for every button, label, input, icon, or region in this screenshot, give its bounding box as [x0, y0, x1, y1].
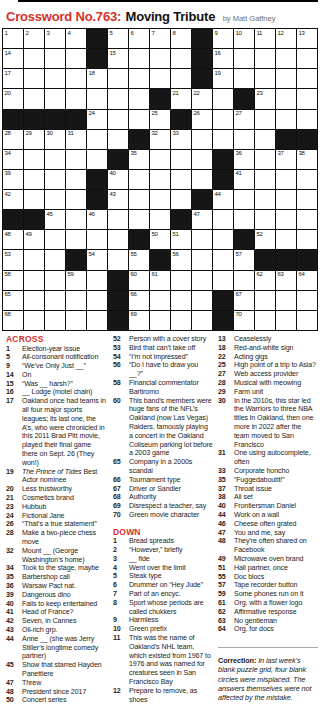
grid-cell-r7c9[interactable]: [171, 150, 191, 169]
grid-cell-r10c11[interactable]: [213, 210, 233, 229]
cell-number: 48: [5, 231, 11, 237]
grid-cell-r13c3[interactable]: [45, 271, 65, 290]
grid-cell-r6c8[interactable]: 32: [150, 130, 170, 149]
grid-cell-r7c2[interactable]: [24, 150, 44, 169]
block-r10c1: [3, 210, 23, 229]
cell-number: 60: [131, 271, 137, 277]
grid-cell-r2c7[interactable]: [129, 49, 149, 68]
grid-cell-r3c6[interactable]: [108, 69, 128, 88]
grid-cell-r11c5[interactable]: [87, 230, 107, 249]
grid-cell-r8c4[interactable]: [66, 170, 86, 189]
grid-cell-r8c2[interactable]: [24, 170, 44, 189]
grid-cell-r11c1[interactable]: 48: [3, 230, 23, 249]
grid-cell-r4c9[interactable]: 21: [171, 89, 191, 108]
grid-cell-r15c2[interactable]: [24, 311, 44, 330]
clue-number: 14: [6, 371, 14, 380]
grid-cell-r4c11[interactable]: [213, 89, 233, 108]
grid-cell-r12c12[interactable]: 57: [234, 250, 254, 269]
grid-cell-r9c7[interactable]: [129, 190, 149, 209]
grid-cell-r14c2[interactable]: [24, 291, 44, 310]
clue-text: Acting gigs: [234, 353, 268, 361]
grid-cell-r10c5[interactable]: 46: [87, 210, 107, 229]
grid-cell-r14c13[interactable]: [255, 291, 275, 310]
grid-cell-r10c12[interactable]: [234, 210, 254, 229]
grid-cell-r8c7[interactable]: [129, 170, 149, 189]
block-r5c3: [45, 110, 65, 129]
grid-cell-r13c5[interactable]: [87, 271, 107, 290]
grid-cell-r8c10[interactable]: [192, 170, 212, 189]
grid-cell-r6c2[interactable]: 29: [24, 130, 44, 149]
grid-cell-r10c4[interactable]: [66, 210, 86, 229]
clue-number: 56: [113, 361, 121, 370]
clue-text: Warsaw Pact nat.: [22, 582, 76, 590]
grid-cell-r3c9[interactable]: [171, 69, 191, 88]
grid-cell-r7c4[interactable]: [66, 150, 86, 169]
grid-cell-r6c1[interactable]: 28: [3, 130, 23, 149]
clue-text: Concert series: [22, 696, 66, 704]
grid-cell-r2c13[interactable]: [255, 49, 275, 68]
clue-down-46: 46Cheese often grated: [218, 520, 318, 529]
grid-cell-r15c1[interactable]: 68: [3, 311, 23, 330]
clue-text: Seven, in Cannes: [22, 617, 76, 625]
clue-text: Prepare to remove, as shoes: [129, 687, 197, 704]
grid-cell-r3c11[interactable]: 19: [213, 69, 233, 88]
grid-cell-r1c7[interactable]: 6: [129, 29, 149, 48]
clue-text: Anne __ (she was Jerry Stiller’s longtim…: [22, 635, 98, 661]
grid-cell-r9c8[interactable]: [150, 190, 170, 209]
grid-cell-r7c14[interactable]: 37: [276, 150, 296, 169]
correction-note: Correction: In last week’s blank puzzle …: [218, 656, 318, 702]
grid-cell-r3c14[interactable]: [276, 69, 296, 88]
grid-cell-r11c14[interactable]: [276, 230, 296, 249]
grid-cell-r9c14[interactable]: [276, 190, 296, 209]
clue-across-40: 40Fails to keep entertained: [6, 600, 106, 609]
grid-cell-r3c7[interactable]: [129, 69, 149, 88]
grid-cell-r8c14[interactable]: [276, 170, 296, 189]
clue-text: Oil-rich grp.: [22, 626, 57, 634]
grid-cell-r13c11[interactable]: [213, 271, 233, 290]
cell-number: 29: [26, 130, 32, 136]
grid-cell-r14c3[interactable]: [45, 291, 65, 310]
cell-number: 36: [236, 150, 242, 156]
grid-cell-r8c6[interactable]: 40: [108, 170, 128, 189]
grid-cell-r3c8[interactable]: [150, 69, 170, 88]
clue-across-14: 14On: [6, 371, 106, 380]
grid-cell-r13c13[interactable]: 62: [255, 271, 275, 290]
grid-cell-r2c2[interactable]: [24, 49, 44, 68]
grid-cell-r13c8[interactable]: 61: [150, 271, 170, 290]
clue-down-25: 25High point of a trip to Asia?: [218, 361, 318, 370]
cell-number: 41: [236, 170, 242, 176]
block-r8c5: [87, 170, 107, 189]
grid-cell-r8c13[interactable]: [255, 170, 275, 189]
clue-text: Took to the stage, maybe: [22, 564, 99, 572]
grid-cell-r6c10[interactable]: [192, 130, 212, 149]
grid-cell-r13c1[interactable]: 58: [3, 271, 23, 290]
grid-cell-r1c4[interactable]: 4: [66, 29, 86, 48]
grid-cell-r13c7[interactable]: 60: [129, 271, 149, 290]
grid-cell-r12c11[interactable]: [213, 250, 233, 269]
cell-number: 16: [215, 50, 221, 56]
grid-cell-r10c15[interactable]: [297, 210, 317, 229]
grid-cell-r5c15[interactable]: [297, 110, 317, 129]
block-r12c13: [255, 250, 275, 269]
grid-cell-r15c10[interactable]: [192, 311, 212, 330]
grid-cell-r6c5[interactable]: [87, 130, 107, 149]
grid-cell-r13c4[interactable]: 59: [66, 271, 86, 290]
block-r7c6: [108, 150, 128, 169]
clue-across-34: 34Took to the stage, maybe: [6, 564, 106, 573]
grid-cell-r10c7[interactable]: [129, 210, 149, 229]
grid-cell-r3c15[interactable]: [297, 69, 317, 88]
grid-cell-r10c3[interactable]: 45: [45, 210, 65, 229]
clue-across-44: 44Anne __ (she was Jerry Stiller’s longt…: [6, 635, 106, 661]
grid-cell-r14c4[interactable]: [66, 291, 86, 310]
grid-cell-r9c3[interactable]: [45, 190, 65, 209]
grid-cell-r2c9[interactable]: [171, 49, 191, 68]
grid-cell-r15c3[interactable]: [45, 311, 65, 330]
grid-cell-r6c12[interactable]: [234, 130, 254, 149]
clue-number: 30: [218, 397, 226, 406]
grid-cell-r9c6[interactable]: 43: [108, 190, 128, 209]
grid-cell-r7c10[interactable]: [192, 150, 212, 169]
grid-cell-r10c6[interactable]: [108, 210, 128, 229]
grid-cell-r7c8[interactable]: [150, 150, 170, 169]
grid-cell-r11c13[interactable]: 52: [255, 230, 275, 249]
clue-down-4: 4Went over the limit: [113, 564, 213, 573]
cell-number: 35: [131, 150, 137, 156]
grid-cell-r11c8[interactable]: 50: [150, 230, 170, 249]
grid-cell-r4c1[interactable]: 20: [3, 89, 23, 108]
clue-across-50: 50Concert series: [6, 696, 106, 705]
clue-down-35: 35“Fuggedaboutit!”: [218, 476, 318, 485]
cell-number: 37: [278, 150, 284, 156]
clue-number: 24: [6, 512, 14, 521]
clue-text: They’re often shared on Facebook: [234, 537, 307, 554]
grid-cell-r9c11[interactable]: 44: [213, 190, 233, 209]
clue-down-47: 47You and me, say: [218, 529, 318, 538]
grid-cell-r8c1[interactable]: 39: [3, 170, 23, 189]
grid-cell-r11c11[interactable]: [213, 230, 233, 249]
grid-cell-r12c7[interactable]: 55: [129, 250, 149, 269]
clue-number: 21: [6, 494, 14, 503]
grid-cell-r11c3[interactable]: [45, 230, 65, 249]
block-r5c1: [3, 110, 23, 129]
grid-cell-r11c10[interactable]: [192, 230, 212, 249]
grid-cell-r9c13[interactable]: [255, 190, 275, 209]
grid-cell-r3c4[interactable]: [66, 69, 86, 88]
cell-number: 11: [257, 30, 263, 36]
clue-text: Driver or Sandler: [129, 485, 181, 493]
grid-cell-r3c3[interactable]: [45, 69, 65, 88]
grid-cell-r4c5[interactable]: [87, 89, 107, 108]
grid-cell-r12c1[interactable]: 53: [3, 250, 23, 269]
clue-number: 23: [6, 503, 14, 512]
grid-cell-r15c14[interactable]: [276, 311, 296, 330]
clue-text: This was the name of Oakland’s NHL team,…: [129, 634, 211, 686]
clue-text: Web access provider: [234, 370, 298, 378]
grid-cell-r4c6[interactable]: [108, 89, 128, 108]
clue-across-5: 5All-consonant notification: [6, 353, 106, 362]
clue-number: 9: [6, 362, 10, 371]
grid-cell-r10c14[interactable]: [276, 210, 296, 229]
grid-cell-r2c3[interactable]: [45, 49, 65, 68]
grid-cell-r7c3[interactable]: [45, 150, 65, 169]
clue-text: You and me, say: [234, 529, 285, 537]
grid-cell-r4c13[interactable]: 23: [255, 89, 275, 108]
grid-cell-r9c4[interactable]: [66, 190, 86, 209]
grid-cell-r2c4[interactable]: [66, 49, 86, 68]
block-r5c9: [171, 110, 191, 129]
grid-cell-r7c15[interactable]: 38: [297, 150, 317, 169]
grid-cell-r4c14[interactable]: [276, 89, 296, 108]
grid-cell-r11c4[interactable]: [66, 230, 86, 249]
grid-cell-r7c5[interactable]: [87, 150, 107, 169]
grid-cell-r11c9[interactable]: 51: [171, 230, 191, 249]
clue-number: 3: [113, 555, 117, 564]
clue-across-19: 19The Prince of Tides Best Actor nominee: [6, 468, 106, 486]
grid-cell-r6c6[interactable]: [108, 130, 128, 149]
clue-number: 33: [218, 467, 226, 476]
clue-number: 26: [6, 520, 14, 529]
grid-cell-r14c5[interactable]: [87, 291, 107, 310]
clue-text: Authority: [129, 493, 156, 501]
grid-cell-r1c9[interactable]: 8: [171, 29, 191, 48]
grid-cell-r13c2[interactable]: [24, 271, 44, 290]
clue-text: Bread spreads: [129, 537, 174, 545]
grid-cell-r15c4[interactable]: [66, 311, 86, 330]
block-r12c15: [297, 250, 317, 269]
cell-number: 38: [299, 150, 305, 156]
grid-cell-r2c12[interactable]: [234, 49, 254, 68]
cell-number: 1: [5, 30, 8, 36]
grid-cell-r7c7[interactable]: 35: [129, 150, 149, 169]
grid-cell-r2c11[interactable]: 16: [213, 49, 233, 68]
grid-cell-r1c11[interactable]: 9: [213, 29, 233, 48]
grid-cell-r6c13[interactable]: [255, 130, 275, 149]
grid-cell-r1c6[interactable]: 5: [108, 29, 128, 48]
clue-text: Throat issue: [234, 485, 272, 493]
grid-cell-r5c6[interactable]: [108, 110, 128, 129]
grid-cell-r15c12[interactable]: 70: [234, 311, 254, 330]
puzzle-byline: by Matt Gaffney: [223, 14, 276, 23]
clue-number: 62: [218, 608, 226, 617]
clue-across-67: 67Driver or Sandler: [113, 485, 213, 494]
clue-text: Green prefix: [129, 625, 167, 633]
clue-number: 57: [218, 581, 226, 590]
grid-cell-r1c12[interactable]: 10: [234, 29, 254, 48]
grid-cell-r15c5[interactable]: [87, 311, 107, 330]
grid-cell-r14c15[interactable]: [297, 291, 317, 310]
grid-cell-r2c15[interactable]: [297, 49, 317, 68]
clue-number: 58: [113, 379, 121, 388]
grid-cell-r5c11[interactable]: [213, 110, 233, 129]
clue-number: 52: [113, 335, 121, 344]
cell-number: 43: [110, 191, 116, 197]
grid-cell-r8c12[interactable]: 41: [234, 170, 254, 189]
clue-text: Org. with a flower logo: [234, 599, 302, 607]
grid-cell-r5c8[interactable]: 25: [150, 110, 170, 129]
grid-cell-r14c9[interactable]: [171, 291, 191, 310]
grid-cell-r15c9[interactable]: [171, 311, 191, 330]
grid-cell-r13c15[interactable]: 64: [297, 271, 317, 290]
masthead: Crossword No.763: Moving Tribute by Matt…: [6, 7, 275, 25]
grid-cell-r1c14[interactable]: 12: [276, 29, 296, 48]
clue-down-8: 8Sport whose periods are called chukkers: [113, 599, 213, 617]
grid-cell-r2c6[interactable]: 15: [108, 49, 128, 68]
grid-cell-r15c8[interactable]: [150, 311, 170, 330]
grid-cell-r15c13[interactable]: [255, 311, 275, 330]
clue-down-28: 28Musical with meowing: [218, 379, 318, 388]
grid-cell-r14c14[interactable]: [276, 291, 296, 310]
grid-cell-r1c1[interactable]: 1: [3, 29, 23, 48]
grid-cell-r11c6[interactable]: [108, 230, 128, 249]
clue-across-58: 58Financial commentator Bartiromo: [113, 379, 213, 397]
grid-cell-r1c13[interactable]: 11: [255, 29, 275, 48]
clue-across-43: 43Oil-rich grp.: [6, 626, 106, 635]
grid-cell-r8c3[interactable]: [45, 170, 65, 189]
grid-cell-r10c8[interactable]: [150, 210, 170, 229]
grid-cell-r11c15[interactable]: [297, 230, 317, 249]
clue-number: 12: [113, 687, 121, 696]
clue-text: Cosmetics brand: [22, 494, 74, 502]
grid-cell-r9c15[interactable]: [297, 190, 317, 209]
grid-cell-r10c13[interactable]: [255, 210, 275, 229]
grid-cell-r15c15[interactable]: [297, 311, 317, 330]
grid-cell-r4c15[interactable]: [297, 89, 317, 108]
correction-divider: [218, 647, 318, 648]
grid-cell-r3c12[interactable]: [234, 69, 254, 88]
crossword-grid: 1234567891011121314151617181920212223242…: [2, 28, 318, 331]
grid-cell-r1c3[interactable]: 3: [45, 29, 65, 48]
clue-number: 59: [218, 590, 226, 599]
grid-cell-r3c2[interactable]: [24, 69, 44, 88]
cell-number: 8: [173, 30, 176, 36]
grid-cell-r8c8[interactable]: [150, 170, 170, 189]
clue-text: Affirmative response: [234, 608, 297, 616]
grid-cell-r13c12[interactable]: [234, 271, 254, 290]
clue-across-45: 45Show that starred Hayden Panettiere: [6, 661, 106, 679]
grid-cell-r10c10[interactable]: 47: [192, 210, 212, 229]
grid-cell-r7c13[interactable]: [255, 150, 275, 169]
clue-text: “Was __ harsh?”: [22, 380, 73, 388]
grid-cell-r5c10[interactable]: 26: [192, 110, 212, 129]
grid-cell-r1c2[interactable]: 2: [24, 29, 44, 48]
clue-down-38: 38All set: [218, 493, 318, 502]
grid-cell-r4c7[interactable]: [129, 89, 149, 108]
grid-cell-r13c10[interactable]: [192, 271, 212, 290]
grid-cell-r12c2[interactable]: [24, 250, 44, 269]
block-r6c14: [276, 130, 296, 149]
grid-cell-r14c7[interactable]: 66: [129, 291, 149, 310]
grid-cell-r5c7[interactable]: [129, 110, 149, 129]
clue-number: 35: [218, 476, 226, 485]
clue-number: 16: [6, 388, 14, 397]
grid-cell-r12c3[interactable]: [45, 250, 65, 269]
grid-cell-r8c9[interactable]: [171, 170, 191, 189]
grid-cell-r12c5[interactable]: 54: [87, 250, 107, 269]
grid-cell-r7c1[interactable]: 34: [3, 150, 23, 169]
clue-number: 40: [6, 600, 14, 609]
cell-number: 30: [47, 130, 53, 136]
clue-number: 51: [218, 564, 226, 573]
grid-cell-r5c14[interactable]: [276, 110, 296, 129]
grid-cell-r12c9[interactable]: 56: [171, 250, 191, 269]
grid-cell-r14c10[interactable]: [192, 291, 212, 310]
clue-number: 63: [218, 617, 226, 626]
clue-across-68: 68Authority: [113, 493, 213, 502]
clue-down-64: 64Org. for docs: [218, 625, 318, 634]
clue-text: Steak type: [129, 572, 162, 580]
grid-cell-r6c4[interactable]: 31: [66, 130, 86, 149]
clue-across-20: 20Less trustworthy: [6, 485, 106, 494]
top-rule: [18, 0, 318, 2]
across-clue-list: 52Person with a cover story53Bird that c…: [113, 335, 213, 520]
grid-cell-r2c1[interactable]: 14: [3, 49, 23, 68]
grid-cell-r8c15[interactable]: [297, 170, 317, 189]
grid-cell-r12c10[interactable]: [192, 250, 212, 269]
clue-text: Org. for docs: [234, 625, 274, 633]
grid-cell-r9c9[interactable]: [171, 190, 191, 209]
grid-cell-r4c2[interactable]: [24, 89, 44, 108]
clue-number: 7: [113, 590, 117, 599]
grid-cell-r9c2[interactable]: [24, 190, 44, 209]
clue-text: Some phones run on it: [234, 590, 303, 598]
grid-cell-r1c15[interactable]: 13: [297, 29, 317, 48]
grid-cell-r3c13[interactable]: [255, 69, 275, 88]
cell-number: 6: [131, 30, 134, 36]
grid-cell-r12c6[interactable]: [108, 250, 128, 269]
cell-number: 23: [257, 90, 263, 96]
grid-cell-r6c3[interactable]: 30: [45, 130, 65, 149]
grid-cell-r14c12[interactable]: 67: [234, 291, 254, 310]
clue-across-47: 47Threw: [6, 679, 106, 688]
clue-text: Head of France?: [22, 608, 73, 616]
grid-cell-r5c13[interactable]: [255, 110, 275, 129]
grid-cell-r7c12[interactable]: 36: [234, 150, 254, 169]
grid-cell-r9c1[interactable]: 42: [3, 190, 23, 209]
cell-number: 28: [5, 130, 11, 136]
clue-across-66: 66Tournament type: [113, 476, 213, 485]
clue-down-18: 18Red-and-white sign: [218, 344, 318, 353]
grid-cell-r4c10[interactable]: 22: [192, 89, 212, 108]
grid-cell-r9c12[interactable]: [234, 190, 254, 209]
grid-cell-r14c8[interactable]: [150, 291, 170, 310]
grid-cell-r11c2[interactable]: 49: [24, 230, 44, 249]
grid-cell-r14c1[interactable]: 65: [3, 291, 23, 310]
grid-cell-r3c1[interactable]: 17: [3, 69, 23, 88]
grid-cell-r2c8[interactable]: [150, 49, 170, 68]
grid-cell-r5c5[interactable]: 24: [87, 110, 107, 129]
grid-cell-r5c12[interactable]: 27: [234, 110, 254, 129]
clue-down-10: 10Green prefix: [113, 625, 213, 634]
grid-cell-r3c5[interactable]: 18: [87, 69, 107, 88]
grid-cell-r2c14[interactable]: [276, 49, 296, 68]
grid-cell-r6c11[interactable]: [213, 130, 233, 149]
cell-number: 68: [5, 311, 11, 317]
block-r14c6: [108, 291, 128, 310]
grid-cell-r13c14[interactable]: 63: [276, 271, 296, 290]
clue-text: “I’m not impressed”: [129, 353, 188, 361]
clue-across-41: 41Head of France?: [6, 608, 106, 617]
grid-cell-r4c3[interactable]: [45, 89, 65, 108]
grid-cell-r6c9[interactable]: 33: [171, 130, 191, 149]
puzzle-title: Moving Tribute: [126, 9, 216, 24]
grid-cell-r4c4[interactable]: [66, 89, 86, 108]
grid-cell-r1c8[interactable]: 7: [150, 29, 170, 48]
grid-cell-r15c7[interactable]: 69: [129, 311, 149, 330]
grid-cell-r13c9[interactable]: [171, 271, 191, 290]
